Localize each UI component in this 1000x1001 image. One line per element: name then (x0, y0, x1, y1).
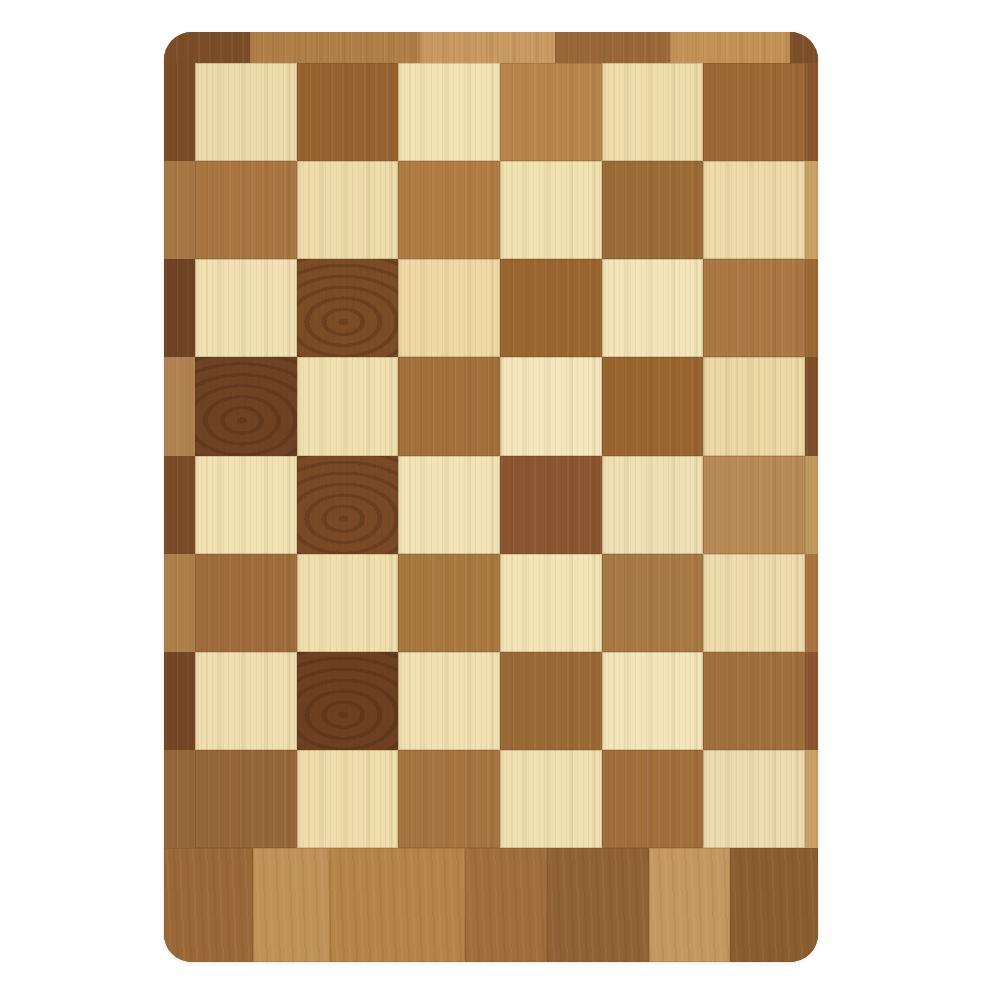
frame-top-segment-5 (670, 32, 790, 63)
board-cell-r8c5 (602, 750, 704, 848)
frame-right-segment-6 (805, 554, 818, 652)
board-cell-r6c6 (703, 554, 805, 652)
frame-bottom-plank-7 (730, 848, 818, 962)
board-cell-r3c2 (297, 259, 399, 357)
frame-bottom-plank-6 (649, 848, 730, 962)
frame-left-segment-2 (164, 161, 195, 259)
board-cell-r4c6 (703, 357, 805, 455)
frame-left-segment-1 (164, 63, 195, 161)
board-cell-r4c5 (602, 357, 704, 455)
board-cell-r3c1 (195, 259, 297, 357)
board-cell-r8c4 (500, 750, 602, 848)
frame-bottom-plank-3 (330, 848, 465, 962)
frame-right-segment-8 (805, 750, 818, 848)
board-cell-r1c4 (500, 63, 602, 161)
board-cell-r8c3 (398, 750, 500, 848)
board-cell-r7c3 (398, 652, 500, 750)
board-cell-r2c1 (195, 161, 297, 259)
board-frame-bottom (164, 848, 818, 962)
board-cell-r7c2 (297, 652, 399, 750)
board-cell-r1c2 (297, 63, 399, 161)
board-cell-r7c6 (703, 652, 805, 750)
frame-left-segment-4 (164, 357, 195, 455)
board-cell-r5c5 (602, 456, 704, 554)
frame-right-segment-1 (805, 63, 818, 161)
frame-top-segment-2 (250, 32, 420, 63)
frame-right-segment-4 (805, 357, 818, 455)
board-cell-r1c6 (703, 63, 805, 161)
frame-left-segment-7 (164, 652, 195, 750)
frame-right-segment-2 (805, 161, 818, 259)
frame-left-segment-5 (164, 456, 195, 554)
board-cell-r8c1 (195, 750, 297, 848)
board-frame-right (805, 63, 818, 848)
frame-left-segment-3 (164, 259, 195, 357)
frame-top-segment-6 (790, 32, 818, 63)
board-cell-r7c4 (500, 652, 602, 750)
board-cell-r5c2 (297, 456, 399, 554)
board-cell-r2c3 (398, 161, 500, 259)
frame-bottom-plank-4 (465, 848, 547, 962)
board-cell-r6c1 (195, 554, 297, 652)
board-frame-top (164, 32, 818, 63)
frame-right-segment-3 (805, 259, 818, 357)
board-cell-r7c5 (602, 652, 704, 750)
board-cell-r1c5 (602, 63, 704, 161)
frame-top-segment-1 (164, 32, 250, 63)
board-frame-left (164, 63, 195, 848)
frame-left-segment-8 (164, 750, 195, 848)
board-cell-r8c2 (297, 750, 399, 848)
board-cell-r5c1 (195, 456, 297, 554)
board-cell-r2c6 (703, 161, 805, 259)
board-cell-r4c3 (398, 357, 500, 455)
frame-bottom-plank-5 (547, 848, 649, 962)
board-cell-r4c1 (195, 357, 297, 455)
board-cell-r2c2 (297, 161, 399, 259)
board-cell-r5c3 (398, 456, 500, 554)
board-cell-r2c5 (602, 161, 704, 259)
frame-right-segment-5 (805, 456, 818, 554)
board-cell-r2c4 (500, 161, 602, 259)
frame-top-segment-3 (420, 32, 555, 63)
board-cell-r6c2 (297, 554, 399, 652)
frame-bottom-plank-2 (253, 848, 330, 962)
board-cell-r6c3 (398, 554, 500, 652)
board-cell-r1c1 (195, 63, 297, 161)
checkerboard-grid (195, 63, 805, 848)
board-cell-r3c6 (703, 259, 805, 357)
board-cell-r5c4 (500, 456, 602, 554)
board-cell-r1c3 (398, 63, 500, 161)
board-cell-r6c5 (602, 554, 704, 652)
board-cell-r7c1 (195, 652, 297, 750)
board-cell-r3c4 (500, 259, 602, 357)
board-cell-r4c4 (500, 357, 602, 455)
frame-right-segment-7 (805, 652, 818, 750)
frame-bottom-plank-1 (164, 848, 253, 962)
frame-left-segment-6 (164, 554, 195, 652)
board-cell-r3c5 (602, 259, 704, 357)
board-cell-r4c2 (297, 357, 399, 455)
board-cell-r6c4 (500, 554, 602, 652)
frame-top-segment-4 (555, 32, 670, 63)
wooden-checkerboard (164, 32, 818, 962)
board-cell-r5c6 (703, 456, 805, 554)
board-cell-r3c3 (398, 259, 500, 357)
board-cell-r8c6 (703, 750, 805, 848)
